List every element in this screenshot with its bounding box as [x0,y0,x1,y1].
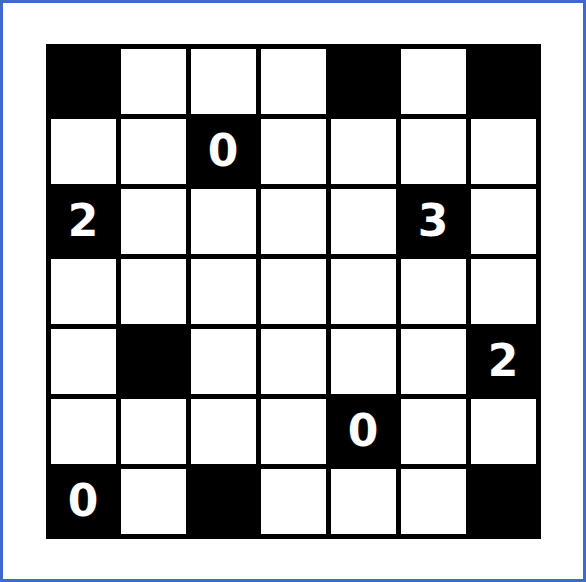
white-cell-r4c2[interactable] [191,329,256,394]
white-cell-r5c0[interactable] [51,399,116,464]
white-cell-r4c4[interactable] [331,329,396,394]
white-cell-r6c4[interactable] [331,469,396,534]
white-cell-r1c6[interactable] [471,119,536,184]
white-cell-r3c6[interactable] [471,259,536,324]
white-cell-r0c2[interactable] [191,49,256,114]
white-cell-r3c5[interactable] [401,259,466,324]
white-cell-r6c3[interactable] [261,469,326,534]
black-cell-r0c6 [471,49,536,114]
clue-number: 0 [348,409,379,453]
black-cell-r6c6 [471,469,536,534]
white-cell-r4c0[interactable] [51,329,116,394]
black-cell-clue-r2c5: 3 [401,189,466,254]
white-cell-r3c0[interactable] [51,259,116,324]
white-cell-r3c2[interactable] [191,259,256,324]
black-cell-r0c0 [51,49,116,114]
white-cell-r5c6[interactable] [471,399,536,464]
white-cell-r5c3[interactable] [261,399,326,464]
white-cell-r2c6[interactable] [471,189,536,254]
clue-number: 2 [68,199,99,243]
akari-board: 023200 [46,44,541,539]
puzzle-frame: 023200 [0,0,586,582]
white-cell-r0c3[interactable] [261,49,326,114]
white-cell-r2c1[interactable] [121,189,186,254]
white-cell-r6c1[interactable] [121,469,186,534]
white-cell-r5c5[interactable] [401,399,466,464]
black-cell-r4c1 [121,329,186,394]
white-cell-r0c5[interactable] [401,49,466,114]
white-cell-r1c3[interactable] [261,119,326,184]
black-cell-r6c2 [191,469,256,534]
white-cell-r2c3[interactable] [261,189,326,254]
white-cell-r1c1[interactable] [121,119,186,184]
black-cell-clue-r2c0: 2 [51,189,116,254]
white-cell-r1c4[interactable] [331,119,396,184]
black-cell-clue-r6c0: 0 [51,469,116,534]
white-cell-r5c2[interactable] [191,399,256,464]
black-cell-clue-r5c4: 0 [331,399,396,464]
white-cell-r6c5[interactable] [401,469,466,534]
white-cell-r1c5[interactable] [401,119,466,184]
clue-number: 3 [418,199,449,243]
white-cell-r1c0[interactable] [51,119,116,184]
white-cell-r2c4[interactable] [331,189,396,254]
white-cell-r5c1[interactable] [121,399,186,464]
white-cell-r3c1[interactable] [121,259,186,324]
white-cell-r0c1[interactable] [121,49,186,114]
white-cell-r3c4[interactable] [331,259,396,324]
black-cell-clue-r4c6: 2 [471,329,536,394]
clue-number: 0 [68,479,99,523]
clue-number: 2 [488,339,519,383]
white-cell-r3c3[interactable] [261,259,326,324]
black-cell-clue-r1c2: 0 [191,119,256,184]
white-cell-r4c5[interactable] [401,329,466,394]
white-cell-r2c2[interactable] [191,189,256,254]
black-cell-r0c4 [331,49,396,114]
clue-number: 0 [208,129,239,173]
white-cell-r4c3[interactable] [261,329,326,394]
